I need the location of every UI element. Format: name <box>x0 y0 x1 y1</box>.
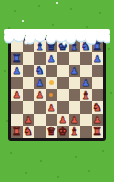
square-h1[interactable]: ♜ <box>92 126 104 138</box>
square-g2[interactable] <box>80 114 92 126</box>
square-b8[interactable] <box>23 40 35 52</box>
square-e5[interactable] <box>57 77 69 89</box>
app-background: { "game": "chess", "position": { "fen": … <box>0 0 114 182</box>
square-a1[interactable]: ♜ <box>11 126 23 138</box>
square-f8[interactable]: ♝ <box>69 40 81 52</box>
square-d4[interactable] <box>46 89 58 101</box>
red-pawn[interactable]: ♟ <box>47 103 56 113</box>
background-speckle <box>6 120 8 122</box>
square-a6[interactable]: ♟ <box>11 65 23 77</box>
red-pawn[interactable]: ♟ <box>93 115 102 125</box>
square-a5[interactable] <box>11 77 23 89</box>
red-bishop[interactable]: ♝ <box>81 90 91 101</box>
square-c7[interactable] <box>34 52 46 64</box>
blue-pawn[interactable]: ♟ <box>93 54 102 64</box>
square-a3[interactable] <box>11 101 23 113</box>
square-g7[interactable] <box>80 52 92 64</box>
square-h8[interactable]: ♜ <box>92 40 104 52</box>
square-e3[interactable] <box>57 101 69 113</box>
snow-cap-top <box>4 29 110 35</box>
red-knight[interactable]: ♞ <box>92 102 102 113</box>
square-f2[interactable]: ♟ <box>69 114 81 126</box>
background-speckle <box>4 70 6 72</box>
red-rook[interactable]: ♜ <box>12 126 22 137</box>
square-h2[interactable]: ♟ <box>92 114 104 126</box>
red-king[interactable]: ♚ <box>58 126 68 137</box>
red-knight[interactable]: ♞ <box>23 126 33 137</box>
red-bishop[interactable]: ♝ <box>69 126 79 137</box>
background-speckle <box>40 160 42 162</box>
square-f3[interactable] <box>69 101 81 113</box>
background-speckle <box>38 5 40 7</box>
background-speckle <box>8 27 10 29</box>
background-speckle <box>99 12 101 14</box>
blue-pawn[interactable]: ♟ <box>35 78 44 88</box>
background-speckle <box>10 152 12 154</box>
blue-bishop[interactable]: ♝ <box>35 41 45 52</box>
square-d6[interactable] <box>46 65 58 77</box>
red-pawn[interactable]: ♟ <box>35 90 44 100</box>
square-c6[interactable]: ♞ <box>34 65 46 77</box>
blue-king[interactable]: ♚ <box>58 41 68 52</box>
square-e1[interactable]: ♚ <box>57 126 69 138</box>
background-speckle <box>14 10 16 12</box>
square-c5[interactable]: ♟ <box>34 77 46 89</box>
square-g1[interactable] <box>80 126 92 138</box>
background-speckle <box>86 26 88 28</box>
square-d3[interactable]: ♟ <box>46 101 58 113</box>
board-grid: ♝♛♚♝♞♜♜♟♟♟♞♟♟♟♟♟♝♟♞♟♟♟♟♜♞♛♚♝♜ <box>11 40 103 138</box>
red-pawn[interactable]: ♟ <box>70 115 79 125</box>
background-speckle <box>70 8 72 10</box>
square-g6[interactable] <box>80 65 92 77</box>
square-a2[interactable] <box>11 114 23 126</box>
square-h4[interactable] <box>92 89 104 101</box>
square-f6[interactable]: ♟ <box>69 65 81 77</box>
square-g4[interactable]: ♝ <box>80 89 92 101</box>
square-e6[interactable] <box>57 65 69 77</box>
square-h7[interactable]: ♟ <box>92 52 104 64</box>
blue-rook[interactable]: ♜ <box>12 53 22 64</box>
background-speckle <box>88 170 90 172</box>
square-b1[interactable]: ♞ <box>23 126 35 138</box>
square-g8[interactable]: ♞ <box>80 40 92 52</box>
square-e4[interactable] <box>57 89 69 101</box>
background-speckle <box>52 24 54 26</box>
square-a8[interactable] <box>11 40 23 52</box>
square-g5[interactable]: ♟ <box>80 77 92 89</box>
background-speckle <box>108 48 110 50</box>
square-c3[interactable] <box>34 101 46 113</box>
square-b7[interactable] <box>23 52 35 64</box>
red-rook[interactable]: ♜ <box>92 126 102 137</box>
square-f7[interactable] <box>69 52 81 64</box>
square-b5[interactable] <box>23 77 35 89</box>
square-f1[interactable]: ♝ <box>69 126 81 138</box>
square-b6[interactable] <box>23 65 35 77</box>
square-d8[interactable]: ♛ <box>46 40 58 52</box>
blue-pawn[interactable]: ♟ <box>81 78 90 88</box>
square-e7[interactable] <box>57 52 69 64</box>
background-speckle <box>57 176 59 178</box>
red-pawn[interactable]: ♟ <box>12 90 21 100</box>
square-f4[interactable] <box>69 89 81 101</box>
blue-pawn[interactable]: ♟ <box>47 54 56 64</box>
blue-rook[interactable]: ♜ <box>92 41 102 52</box>
background-speckle <box>75 156 77 158</box>
chess-board: ♝♛♚♝♞♜♜♟♟♟♞♟♟♟♟♟♝♟♞♟♟♟♟♜♞♛♚♝♜ <box>8 37 106 141</box>
square-c4[interactable]: ♟ <box>34 89 46 101</box>
square-d7[interactable]: ♟ <box>46 52 58 64</box>
square-c2[interactable] <box>34 114 46 126</box>
square-a4[interactable]: ♟ <box>11 89 23 101</box>
square-d2[interactable] <box>46 114 58 126</box>
move-hint-dot-d5[interactable] <box>49 80 54 85</box>
blue-knight[interactable]: ♞ <box>35 65 45 76</box>
snowflake-icon <box>56 2 58 4</box>
background-speckle <box>102 150 104 152</box>
square-h3[interactable]: ♞ <box>92 101 104 113</box>
blue-bishop[interactable]: ♝ <box>69 41 79 52</box>
square-d1[interactable]: ♛ <box>46 126 58 138</box>
square-f5[interactable] <box>69 77 81 89</box>
square-h6[interactable] <box>92 65 104 77</box>
red-queen[interactable]: ♛ <box>46 126 56 137</box>
blue-pawn[interactable]: ♟ <box>12 66 21 76</box>
square-b4[interactable] <box>23 89 35 101</box>
background-speckle <box>110 92 112 94</box>
square-h5[interactable] <box>92 77 104 89</box>
square-e2[interactable]: ♟ <box>57 114 69 126</box>
blue-pawn[interactable]: ♟ <box>70 66 79 76</box>
square-a7[interactable]: ♜ <box>11 52 23 64</box>
blue-knight[interactable]: ♞ <box>81 41 91 52</box>
background-speckle <box>25 172 27 174</box>
square-b3[interactable] <box>23 101 35 113</box>
move-hint-dot-d4[interactable] <box>49 93 53 97</box>
snowflake-icon <box>22 20 24 22</box>
square-b2[interactable]: ♟ <box>23 114 35 126</box>
square-e8[interactable]: ♚ <box>57 40 69 52</box>
square-g3[interactable] <box>80 101 92 113</box>
square-c8[interactable]: ♝ <box>34 40 46 52</box>
red-pawn[interactable]: ♟ <box>58 115 67 125</box>
red-pawn[interactable]: ♟ <box>24 115 33 125</box>
square-c1[interactable] <box>34 126 46 138</box>
blue-queen[interactable]: ♛ <box>46 41 56 52</box>
square-d5[interactable] <box>46 77 58 89</box>
